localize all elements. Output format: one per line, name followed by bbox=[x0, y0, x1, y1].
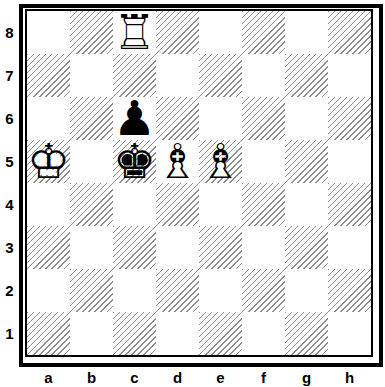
file-label-c: c bbox=[113, 368, 156, 387]
square-a3 bbox=[27, 226, 70, 269]
square-a8 bbox=[27, 11, 70, 54]
rank-label-1: 1 bbox=[0, 312, 19, 355]
square-c2 bbox=[113, 269, 156, 312]
square-c3 bbox=[113, 226, 156, 269]
square-d1 bbox=[156, 312, 199, 355]
file-label-h: h bbox=[328, 368, 371, 387]
square-f8 bbox=[242, 11, 285, 54]
piece-white-rook-c8: ♜♖ bbox=[113, 11, 156, 54]
square-b8 bbox=[70, 11, 113, 54]
square-d8 bbox=[156, 11, 199, 54]
square-h7 bbox=[328, 54, 371, 97]
square-f6 bbox=[242, 97, 285, 140]
square-a2 bbox=[27, 269, 70, 312]
rank-label-4: 4 bbox=[0, 183, 19, 226]
rank-label-8: 8 bbox=[0, 11, 19, 54]
file-label-g: g bbox=[285, 368, 328, 387]
square-d4 bbox=[156, 183, 199, 226]
square-h6 bbox=[328, 97, 371, 140]
square-f5 bbox=[242, 140, 285, 183]
square-a4 bbox=[27, 183, 70, 226]
square-g5 bbox=[285, 140, 328, 183]
square-b1 bbox=[70, 312, 113, 355]
square-d7 bbox=[156, 54, 199, 97]
square-a5: ♚♔ bbox=[27, 140, 70, 183]
chessboard: ♜♖♟♚♔♚♝♗♝♗ bbox=[27, 11, 371, 355]
square-g7 bbox=[285, 54, 328, 97]
square-f2 bbox=[242, 269, 285, 312]
square-f4 bbox=[242, 183, 285, 226]
square-f1 bbox=[242, 312, 285, 355]
square-f7 bbox=[242, 54, 285, 97]
square-e2 bbox=[199, 269, 242, 312]
square-b3 bbox=[70, 226, 113, 269]
square-h3 bbox=[328, 226, 371, 269]
square-e8 bbox=[199, 11, 242, 54]
square-h4 bbox=[328, 183, 371, 226]
square-f3 bbox=[242, 226, 285, 269]
piece-white-king-a5: ♚♔ bbox=[27, 140, 70, 183]
chess-diagram: ♜♖♟♚♔♚♝♗♝♗ 87654321 abcdefgh bbox=[0, 0, 385, 387]
square-e1 bbox=[199, 312, 242, 355]
square-g3 bbox=[285, 226, 328, 269]
square-c5: ♚ bbox=[113, 140, 156, 183]
square-h2 bbox=[328, 269, 371, 312]
square-h1 bbox=[328, 312, 371, 355]
file-label-a: a bbox=[27, 368, 70, 387]
square-c1 bbox=[113, 312, 156, 355]
rank-label-6: 6 bbox=[0, 97, 19, 140]
square-c4 bbox=[113, 183, 156, 226]
square-g8 bbox=[285, 11, 328, 54]
square-b7 bbox=[70, 54, 113, 97]
square-b6 bbox=[70, 97, 113, 140]
square-e5: ♝♗ bbox=[199, 140, 242, 183]
file-label-d: d bbox=[156, 368, 199, 387]
square-b2 bbox=[70, 269, 113, 312]
square-e7 bbox=[199, 54, 242, 97]
square-b4 bbox=[70, 183, 113, 226]
square-c8: ♜♖ bbox=[113, 11, 156, 54]
square-e4 bbox=[199, 183, 242, 226]
square-d5: ♝♗ bbox=[156, 140, 199, 183]
piece-white-bishop-d5: ♝♗ bbox=[156, 140, 199, 183]
square-e3 bbox=[199, 226, 242, 269]
square-a1 bbox=[27, 312, 70, 355]
rank-label-2: 2 bbox=[0, 269, 19, 312]
square-g1 bbox=[285, 312, 328, 355]
square-h8 bbox=[328, 11, 371, 54]
rank-label-5: 5 bbox=[0, 140, 19, 183]
piece-white-bishop-e5: ♝♗ bbox=[199, 140, 242, 183]
rank-label-7: 7 bbox=[0, 54, 19, 97]
file-label-e: e bbox=[199, 368, 242, 387]
square-g2 bbox=[285, 269, 328, 312]
square-g4 bbox=[285, 183, 328, 226]
square-g6 bbox=[285, 97, 328, 140]
rank-label-3: 3 bbox=[0, 226, 19, 269]
square-h5 bbox=[328, 140, 371, 183]
square-b5 bbox=[70, 140, 113, 183]
square-d2 bbox=[156, 269, 199, 312]
square-d3 bbox=[156, 226, 199, 269]
square-a7 bbox=[27, 54, 70, 97]
file-label-f: f bbox=[242, 368, 285, 387]
piece-black-king-c5: ♚ bbox=[113, 140, 156, 183]
file-label-b: b bbox=[70, 368, 113, 387]
